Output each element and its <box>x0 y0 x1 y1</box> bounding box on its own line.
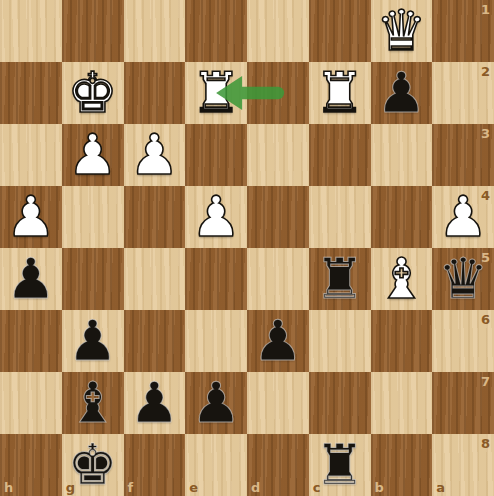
square-b8[interactable]: b <box>371 434 433 496</box>
square-e6[interactable] <box>185 310 247 372</box>
board-squares: ♛1♚♜♜♟2♟♟3♟♟4♟♟♜♝5♛♟♟6♝♟♟7hg♚fedc♜b8a <box>0 0 494 496</box>
square-b3[interactable] <box>371 124 433 186</box>
square-f5[interactable] <box>124 248 186 310</box>
square-d8[interactable]: d <box>247 434 309 496</box>
square-g1[interactable] <box>62 0 124 62</box>
square-c3[interactable] <box>309 124 371 186</box>
square-g7[interactable]: ♝ <box>62 372 124 434</box>
square-c2[interactable]: ♜ <box>309 62 371 124</box>
piece-white-pawn[interactable]: ♟ <box>124 124 186 186</box>
square-e5[interactable] <box>185 248 247 310</box>
piece-black-rook[interactable]: ♜ <box>309 434 371 496</box>
file-label-a: a <box>436 480 445 495</box>
rank-label-7: 7 <box>481 374 490 389</box>
square-g2[interactable]: ♚ <box>62 62 124 124</box>
square-c4[interactable] <box>309 186 371 248</box>
square-d2[interactable] <box>247 62 309 124</box>
square-f2[interactable] <box>124 62 186 124</box>
piece-white-rook[interactable]: ♜ <box>309 62 371 124</box>
square-d4[interactable] <box>247 186 309 248</box>
square-d5[interactable] <box>247 248 309 310</box>
square-h5[interactable]: ♟ <box>0 248 62 310</box>
square-f8[interactable]: f <box>124 434 186 496</box>
piece-white-bishop[interactable]: ♝ <box>371 248 433 310</box>
piece-white-queen[interactable]: ♛ <box>371 0 433 62</box>
square-h6[interactable] <box>0 310 62 372</box>
file-label-b: b <box>375 480 384 495</box>
piece-black-pawn[interactable]: ♟ <box>185 372 247 434</box>
square-f6[interactable] <box>124 310 186 372</box>
piece-black-pawn[interactable]: ♟ <box>247 310 309 372</box>
piece-black-rook[interactable]: ♜ <box>309 248 371 310</box>
square-a2[interactable]: 2 <box>432 62 494 124</box>
square-g3[interactable]: ♟ <box>62 124 124 186</box>
square-h2[interactable] <box>0 62 62 124</box>
chess-board: ♛1♚♜♜♟2♟♟3♟♟4♟♟♜♝5♛♟♟6♝♟♟7hg♚fedc♜b8a <box>0 0 494 496</box>
square-f7[interactable]: ♟ <box>124 372 186 434</box>
square-e1[interactable] <box>185 0 247 62</box>
square-a5[interactable]: 5♛ <box>432 248 494 310</box>
square-b2[interactable]: ♟ <box>371 62 433 124</box>
square-h8[interactable]: h <box>0 434 62 496</box>
piece-white-pawn[interactable]: ♟ <box>432 186 494 248</box>
piece-white-pawn[interactable]: ♟ <box>62 124 124 186</box>
square-g8[interactable]: g♚ <box>62 434 124 496</box>
rank-label-2: 2 <box>481 64 490 79</box>
square-a8[interactable]: 8a <box>432 434 494 496</box>
piece-white-rook[interactable]: ♜ <box>185 62 247 124</box>
square-g4[interactable] <box>62 186 124 248</box>
rank-label-3: 3 <box>481 126 490 141</box>
square-e3[interactable] <box>185 124 247 186</box>
piece-black-king[interactable]: ♚ <box>62 434 124 496</box>
square-a7[interactable]: 7 <box>432 372 494 434</box>
square-a6[interactable]: 6 <box>432 310 494 372</box>
file-label-f: f <box>128 480 134 495</box>
square-h3[interactable] <box>0 124 62 186</box>
file-label-h: h <box>4 480 13 495</box>
square-f1[interactable] <box>124 0 186 62</box>
square-e4[interactable]: ♟ <box>185 186 247 248</box>
square-b1[interactable]: ♛ <box>371 0 433 62</box>
piece-white-pawn[interactable]: ♟ <box>185 186 247 248</box>
square-c8[interactable]: c♜ <box>309 434 371 496</box>
square-a1[interactable]: 1 <box>432 0 494 62</box>
square-e7[interactable]: ♟ <box>185 372 247 434</box>
square-a4[interactable]: 4♟ <box>432 186 494 248</box>
square-d3[interactable] <box>247 124 309 186</box>
square-h1[interactable] <box>0 0 62 62</box>
rank-label-8: 8 <box>481 436 490 451</box>
square-f3[interactable]: ♟ <box>124 124 186 186</box>
square-b6[interactable] <box>371 310 433 372</box>
file-label-e: e <box>189 480 198 495</box>
square-h4[interactable]: ♟ <box>0 186 62 248</box>
piece-black-bishop[interactable]: ♝ <box>62 372 124 434</box>
piece-black-pawn[interactable]: ♟ <box>62 310 124 372</box>
square-a3[interactable]: 3 <box>432 124 494 186</box>
piece-black-pawn[interactable]: ♟ <box>0 248 62 310</box>
square-b4[interactable] <box>371 186 433 248</box>
square-b7[interactable] <box>371 372 433 434</box>
piece-black-pawn[interactable]: ♟ <box>124 372 186 434</box>
square-f4[interactable] <box>124 186 186 248</box>
piece-white-pawn[interactable]: ♟ <box>0 186 62 248</box>
square-c1[interactable] <box>309 0 371 62</box>
square-c6[interactable] <box>309 310 371 372</box>
square-b5[interactable]: ♝ <box>371 248 433 310</box>
rank-label-6: 6 <box>481 312 490 327</box>
piece-black-pawn[interactable]: ♟ <box>371 62 433 124</box>
square-g6[interactable]: ♟ <box>62 310 124 372</box>
square-e8[interactable]: e <box>185 434 247 496</box>
piece-black-queen[interactable]: ♛ <box>432 248 494 310</box>
square-c7[interactable] <box>309 372 371 434</box>
rank-label-1: 1 <box>481 2 490 17</box>
square-h7[interactable] <box>0 372 62 434</box>
square-d7[interactable] <box>247 372 309 434</box>
square-d1[interactable] <box>247 0 309 62</box>
square-g5[interactable] <box>62 248 124 310</box>
square-d6[interactable]: ♟ <box>247 310 309 372</box>
file-label-d: d <box>251 480 260 495</box>
square-c5[interactable]: ♜ <box>309 248 371 310</box>
piece-white-king[interactable]: ♚ <box>62 62 124 124</box>
square-e2[interactable]: ♜ <box>185 62 247 124</box>
